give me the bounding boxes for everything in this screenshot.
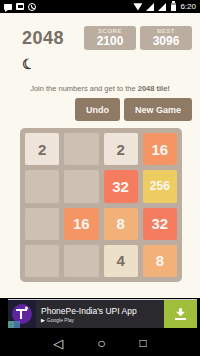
board-cell: 8 [104,208,138,240]
new-game-button[interactable]: New Game [124,98,192,121]
tile-4: 4 [104,245,138,277]
board-cell: 32 [104,170,138,202]
status-time: 6:20 [180,2,196,11]
board-cell [25,245,59,277]
page-title: 2048 [22,28,64,49]
board-cell [64,170,98,202]
ad-store-label: Google Play [47,317,74,323]
board-cell [64,133,98,165]
control-buttons: Undo New Game [75,98,192,121]
tile-2: 2 [104,133,138,165]
status-bar: 6:20 [0,0,200,13]
board-cell: 8 [143,245,177,277]
game-board[interactable]: 2216322561683248 [20,128,182,282]
dark-mode-moon-icon[interactable]: ☾ [20,55,36,74]
tile-32: 32 [143,208,177,240]
board-cell: 256 [143,170,177,202]
tile-32: 32 [104,170,138,202]
ad-banner[interactable]: PhonePe-India's UPI App ▶ Google Play × … [8,299,197,328]
board-cell [25,208,59,240]
board-cell: 4 [104,245,138,277]
signal-sim2-icon [158,3,166,11]
instruction-prefix: Join the numbers and get to the [30,84,138,93]
android-nav-bar: ◁ ○ □ [0,330,200,356]
wifi-icon [133,3,142,11]
tile-16: 16 [64,208,98,240]
battery-icon [171,3,176,11]
board-cell: 16 [64,208,98,240]
nav-recents-icon[interactable]: □ [140,336,147,350]
phone-screen: 6:20 2048 SCORE 2100 BEST 3096 ☾ Join th… [0,0,200,356]
board-cell [25,170,59,202]
tile-2: 2 [25,133,59,165]
best-value: 3096 [153,35,180,48]
tile-16: 16 [143,133,177,165]
board-cell: 2 [104,133,138,165]
bottom-bar: PhonePe-India's UPI App ▶ Google Play × … [0,298,200,356]
ad-download-button[interactable] [164,300,197,328]
tile-8: 8 [104,208,138,240]
nav-home-icon[interactable]: ○ [97,335,105,351]
tile-8: 8 [143,245,177,277]
nav-back-icon[interactable]: ◁ [53,336,63,351]
board-cell: 32 [143,208,177,240]
instruction-goal: 2048 tile! [138,84,170,93]
ad-title: PhonePe-India's UPI App [41,306,164,316]
tile-256: 256 [143,170,177,202]
best-score-box: BEST 3096 [140,26,192,50]
screenshot-notification-icon [16,3,24,10]
board-cell [64,245,98,277]
google-play-icon: ▶ [41,317,45,323]
score-box: SCORE 2100 [84,26,136,50]
undo-button[interactable]: Undo [75,98,120,121]
board-cell: 2 [25,133,59,165]
whatsapp-notification-icon [28,3,36,11]
adchoices-icon[interactable]: i [14,321,20,328]
signal-sim1-icon [146,3,154,11]
board-cell: 16 [143,133,177,165]
instruction-text: Join the numbers and get to the 2048 til… [0,84,200,93]
download-icon [176,308,185,316]
game-header: 2048 SCORE 2100 BEST 3096 [22,26,192,50]
sms-notification-icon [4,4,12,10]
score-value: 2100 [97,35,124,48]
